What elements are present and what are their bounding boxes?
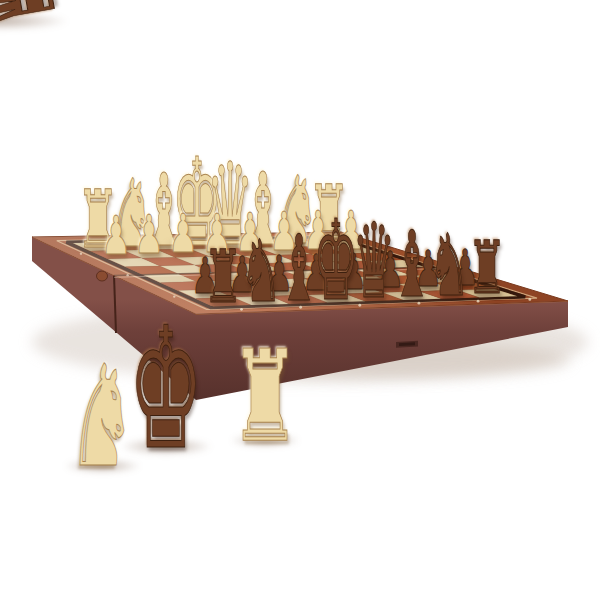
chess-set-product-photo: ♜♞♝♚♛♝♞♜♟♟♟♟♟♟♟♟♟♟♟♟♟♟♟♟♜♞♝♚♛♝♞♜♞♚♛♜: [0, 0, 600, 600]
chess-board: [0, 0, 600, 600]
